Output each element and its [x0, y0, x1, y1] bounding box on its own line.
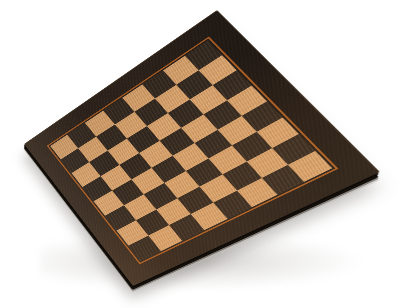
board-squares [50, 40, 332, 261]
product-photo-canvas [0, 0, 400, 308]
